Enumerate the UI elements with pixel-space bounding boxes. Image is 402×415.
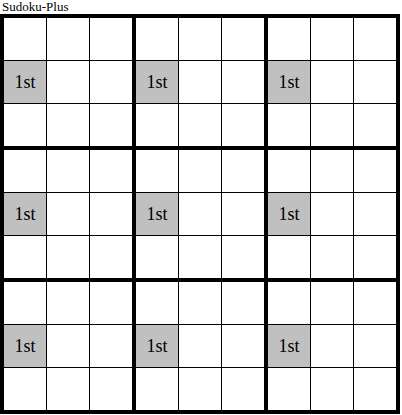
cell-r4c3[interactable] bbox=[90, 150, 132, 192]
cell-r2c2[interactable] bbox=[47, 61, 89, 103]
cell-r4c2[interactable] bbox=[47, 150, 89, 192]
cell-r1c3[interactable] bbox=[90, 18, 132, 60]
cell-r4c6[interactable] bbox=[222, 150, 264, 192]
cell-r4c4[interactable] bbox=[136, 150, 178, 192]
cell-r5c5[interactable] bbox=[179, 193, 221, 235]
cell-r7c5[interactable] bbox=[179, 282, 221, 324]
cell-r8c3[interactable] bbox=[90, 325, 132, 367]
cell-r1c6[interactable] bbox=[222, 18, 264, 60]
cell-r8c9[interactable] bbox=[354, 325, 396, 367]
cell-r6c9[interactable] bbox=[354, 236, 396, 278]
cell-r7c6[interactable] bbox=[222, 282, 264, 324]
cell-r7c9[interactable] bbox=[354, 282, 396, 324]
cell-r7c2[interactable] bbox=[47, 282, 89, 324]
cell-r4c5[interactable] bbox=[179, 150, 221, 192]
cell-r4c9[interactable] bbox=[354, 150, 396, 192]
cell-r9c2[interactable] bbox=[47, 368, 89, 410]
cell-r4c1[interactable] bbox=[4, 150, 46, 192]
cell-r9c6[interactable] bbox=[222, 368, 264, 410]
cell-r8c1[interactable]: 1st bbox=[4, 325, 46, 367]
cell-r8c4[interactable]: 1st bbox=[136, 325, 178, 367]
cell-r1c4[interactable] bbox=[136, 18, 178, 60]
sudoku-grid: 1st1st1st1st1st1st1st1st1st bbox=[0, 14, 400, 414]
cell-r3c4[interactable] bbox=[136, 104, 178, 146]
cell-r3c3[interactable] bbox=[90, 104, 132, 146]
cell-r7c1[interactable] bbox=[4, 282, 46, 324]
cell-r2c5[interactable] bbox=[179, 61, 221, 103]
cell-r5c1[interactable]: 1st bbox=[4, 193, 46, 235]
cell-r8c7[interactable]: 1st bbox=[268, 325, 310, 367]
cell-r3c8[interactable] bbox=[311, 104, 353, 146]
cell-r5c7[interactable]: 1st bbox=[268, 193, 310, 235]
cell-r1c7[interactable] bbox=[268, 18, 310, 60]
cell-r7c8[interactable] bbox=[311, 282, 353, 324]
cell-r6c2[interactable] bbox=[47, 236, 89, 278]
cell-r7c3[interactable] bbox=[90, 282, 132, 324]
cell-r3c2[interactable] bbox=[47, 104, 89, 146]
cell-r1c1[interactable] bbox=[4, 18, 46, 60]
cell-r6c8[interactable] bbox=[311, 236, 353, 278]
cell-r9c7[interactable] bbox=[268, 368, 310, 410]
cell-r6c1[interactable] bbox=[4, 236, 46, 278]
cell-r3c9[interactable] bbox=[354, 104, 396, 146]
cell-r3c5[interactable] bbox=[179, 104, 221, 146]
cell-r2c1[interactable]: 1st bbox=[4, 61, 46, 103]
board-wrap: 1st1st1st1st1st1st1st1st1st bbox=[0, 14, 400, 414]
cell-r3c7[interactable] bbox=[268, 104, 310, 146]
cell-r1c5[interactable] bbox=[179, 18, 221, 60]
cell-r8c6[interactable] bbox=[222, 325, 264, 367]
cell-r5c4[interactable]: 1st bbox=[136, 193, 178, 235]
cell-r9c4[interactable] bbox=[136, 368, 178, 410]
cell-r8c2[interactable] bbox=[47, 325, 89, 367]
cell-r2c6[interactable] bbox=[222, 61, 264, 103]
cell-r8c5[interactable] bbox=[179, 325, 221, 367]
cell-r6c5[interactable] bbox=[179, 236, 221, 278]
cell-r2c8[interactable] bbox=[311, 61, 353, 103]
cell-r1c8[interactable] bbox=[311, 18, 353, 60]
cell-r5c9[interactable] bbox=[354, 193, 396, 235]
cell-r6c6[interactable] bbox=[222, 236, 264, 278]
cell-r2c4[interactable]: 1st bbox=[136, 61, 178, 103]
cell-r7c7[interactable] bbox=[268, 282, 310, 324]
cell-r5c6[interactable] bbox=[222, 193, 264, 235]
cell-r9c5[interactable] bbox=[179, 368, 221, 410]
cell-r9c9[interactable] bbox=[354, 368, 396, 410]
cell-r6c3[interactable] bbox=[90, 236, 132, 278]
cell-r6c7[interactable] bbox=[268, 236, 310, 278]
cell-r2c7[interactable]: 1st bbox=[268, 61, 310, 103]
cell-r3c1[interactable] bbox=[4, 104, 46, 146]
page-title: Sudoku-Plus bbox=[0, 0, 402, 14]
cell-r1c9[interactable] bbox=[354, 18, 396, 60]
cell-r3c6[interactable] bbox=[222, 104, 264, 146]
cell-r2c3[interactable] bbox=[90, 61, 132, 103]
cell-r7c4[interactable] bbox=[136, 282, 178, 324]
cell-r2c9[interactable] bbox=[354, 61, 396, 103]
cell-r9c1[interactable] bbox=[4, 368, 46, 410]
cell-r8c8[interactable] bbox=[311, 325, 353, 367]
cell-r9c8[interactable] bbox=[311, 368, 353, 410]
cell-r5c8[interactable] bbox=[311, 193, 353, 235]
cell-r5c2[interactable] bbox=[47, 193, 89, 235]
cell-r9c3[interactable] bbox=[90, 368, 132, 410]
cell-r4c7[interactable] bbox=[268, 150, 310, 192]
cell-r6c4[interactable] bbox=[136, 236, 178, 278]
cell-r1c2[interactable] bbox=[47, 18, 89, 60]
cell-r5c3[interactable] bbox=[90, 193, 132, 235]
cell-r4c8[interactable] bbox=[311, 150, 353, 192]
